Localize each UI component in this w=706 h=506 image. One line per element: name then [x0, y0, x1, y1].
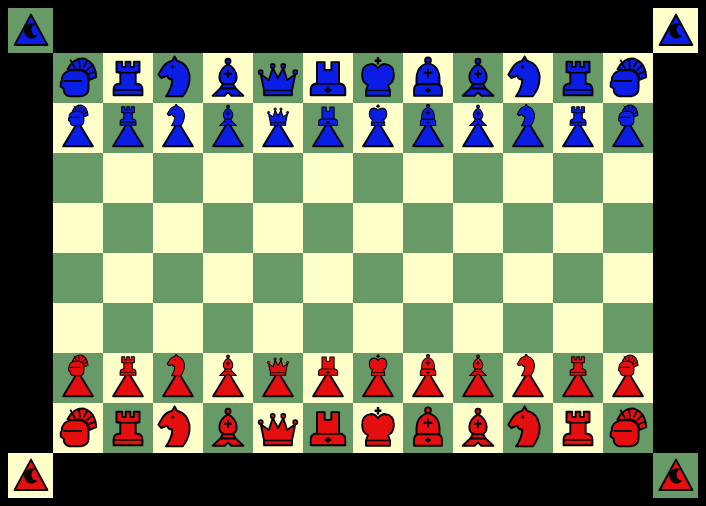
square-e2[interactable] — [253, 353, 303, 403]
square-e5[interactable] — [253, 203, 303, 253]
square-h6[interactable] — [403, 153, 453, 203]
square-d1[interactable] — [203, 403, 253, 453]
game-window — [0, 0, 706, 506]
blue-pawn-knight-icon — [504, 104, 552, 152]
square-h5[interactable] — [403, 203, 453, 253]
square-c6[interactable] — [153, 153, 203, 203]
blue-king-icon — [354, 54, 402, 102]
blue-bishop-icon — [204, 54, 252, 102]
red-pawn-fort-icon — [304, 354, 352, 402]
red-pawn-champion-icon — [54, 354, 102, 402]
square-l4[interactable] — [603, 253, 653, 303]
blue-pawn-queen-icon — [254, 104, 302, 152]
square-g8[interactable] — [353, 53, 403, 103]
square-d6[interactable] — [203, 153, 253, 203]
square-c2[interactable] — [153, 353, 203, 403]
blue-fort-icon — [304, 54, 352, 102]
square-h8[interactable] — [403, 53, 453, 103]
blue-pawn-king-icon — [354, 104, 402, 152]
square-j3[interactable] — [503, 303, 553, 353]
red-queen-icon — [254, 404, 302, 452]
square-d2[interactable] — [203, 353, 253, 403]
red-pawn-queen-icon — [254, 354, 302, 402]
blue-knight-icon — [154, 54, 202, 102]
square-i3[interactable] — [453, 303, 503, 353]
red-pawn-rook-icon — [104, 354, 152, 402]
square-e7[interactable] — [253, 103, 303, 153]
square-j1[interactable] — [503, 403, 553, 453]
red-pawn-elephant-icon — [404, 354, 452, 402]
square-h7[interactable] — [403, 103, 453, 153]
square-e8[interactable] — [253, 53, 303, 103]
square-a4[interactable] — [53, 253, 103, 303]
square-j6[interactable] — [503, 153, 553, 203]
square-k3[interactable] — [553, 303, 603, 353]
square-b6[interactable] — [103, 153, 153, 203]
square-l6[interactable] — [603, 153, 653, 203]
square-k5[interactable] — [553, 203, 603, 253]
red-pawn-rook-icon — [554, 354, 602, 402]
square-g3[interactable] — [353, 303, 403, 353]
red-wizard-icon — [11, 456, 51, 496]
square-j5[interactable] — [503, 203, 553, 253]
red-rook-icon — [104, 404, 152, 452]
square-i8[interactable] — [453, 53, 503, 103]
blue-pawn-champion-icon — [54, 104, 102, 152]
square-l7[interactable] — [603, 103, 653, 153]
square-d8[interactable] — [203, 53, 253, 103]
square-k8[interactable] — [553, 53, 603, 103]
game-board — [53, 53, 653, 453]
square-e1[interactable] — [253, 403, 303, 453]
red-knight-icon — [504, 404, 552, 452]
square-g5[interactable] — [353, 203, 403, 253]
square-a3[interactable] — [53, 303, 103, 353]
wizard-square-top-right[interactable] — [653, 8, 698, 53]
square-a5[interactable] — [53, 203, 103, 253]
square-h3[interactable] — [403, 303, 453, 353]
blue-pawn-rook-icon — [104, 104, 152, 152]
square-k6[interactable] — [553, 153, 603, 203]
square-f6[interactable] — [303, 153, 353, 203]
square-i4[interactable] — [453, 253, 503, 303]
square-g6[interactable] — [353, 153, 403, 203]
blue-queen-icon — [254, 54, 302, 102]
blue-pawn-bishop-icon — [454, 104, 502, 152]
blue-rook-icon — [104, 54, 152, 102]
square-j8[interactable] — [503, 53, 553, 103]
square-b4[interactable] — [103, 253, 153, 303]
square-b3[interactable] — [103, 303, 153, 353]
square-l1[interactable] — [603, 403, 653, 453]
square-a7[interactable] — [53, 103, 103, 153]
square-c5[interactable] — [153, 203, 203, 253]
square-l5[interactable] — [603, 203, 653, 253]
square-c1[interactable] — [153, 403, 203, 453]
square-d5[interactable] — [203, 203, 253, 253]
blue-champion-icon — [604, 54, 652, 102]
blue-bishop-icon — [454, 54, 502, 102]
square-a2[interactable] — [53, 353, 103, 403]
square-d4[interactable] — [203, 253, 253, 303]
square-f4[interactable] — [303, 253, 353, 303]
square-j4[interactable] — [503, 253, 553, 303]
square-a8[interactable] — [53, 53, 103, 103]
blue-pawn-fort-icon — [304, 104, 352, 152]
square-b1[interactable] — [103, 403, 153, 453]
red-pawn-knight-icon — [504, 354, 552, 402]
blue-pawn-rook-icon — [554, 104, 602, 152]
square-i5[interactable] — [453, 203, 503, 253]
square-l3[interactable] — [603, 303, 653, 353]
square-c8[interactable] — [153, 53, 203, 103]
square-l2[interactable] — [603, 353, 653, 403]
square-i2[interactable] — [453, 353, 503, 403]
square-i7[interactable] — [453, 103, 503, 153]
wizard-square-bottom-left[interactable] — [8, 453, 53, 498]
red-knight-icon — [154, 404, 202, 452]
square-a1[interactable] — [53, 403, 103, 453]
red-pawn-bishop-icon — [204, 354, 252, 402]
red-pawn-champion-icon — [604, 354, 652, 402]
square-h2[interactable] — [403, 353, 453, 403]
square-b5[interactable] — [103, 203, 153, 253]
square-f7[interactable] — [303, 103, 353, 153]
red-king-icon — [354, 404, 402, 452]
square-g4[interactable] — [353, 253, 403, 303]
square-h4[interactable] — [403, 253, 453, 303]
square-j2[interactable] — [503, 353, 553, 403]
red-pawn-bishop-icon — [454, 354, 502, 402]
blue-wizard-icon — [11, 11, 51, 51]
square-k7[interactable] — [553, 103, 603, 153]
square-b8[interactable] — [103, 53, 153, 103]
square-i1[interactable] — [453, 403, 503, 453]
square-c7[interactable] — [153, 103, 203, 153]
blue-rook-icon — [554, 54, 602, 102]
square-k1[interactable] — [553, 403, 603, 453]
red-pawn-knight-icon — [154, 354, 202, 402]
red-champion-icon — [604, 404, 652, 452]
red-bishop-icon — [454, 404, 502, 452]
square-a6[interactable] — [53, 153, 103, 203]
square-d7[interactable] — [203, 103, 253, 153]
square-f8[interactable] — [303, 53, 353, 103]
blue-elephant-icon — [404, 54, 452, 102]
red-bishop-icon — [204, 404, 252, 452]
blue-pawn-champion-icon — [604, 104, 652, 152]
red-fort-icon — [304, 404, 352, 452]
square-k4[interactable] — [553, 253, 603, 303]
blue-champion-icon — [54, 54, 102, 102]
red-champion-icon — [54, 404, 102, 452]
square-e6[interactable] — [253, 153, 303, 203]
square-e4[interactable] — [253, 253, 303, 303]
square-g2[interactable] — [353, 353, 403, 403]
blue-wizard-icon — [656, 11, 696, 51]
square-f2[interactable] — [303, 353, 353, 403]
square-e3[interactable] — [253, 303, 303, 353]
square-i6[interactable] — [453, 153, 503, 203]
wizard-square-bottom-right[interactable] — [653, 453, 698, 498]
red-elephant-icon — [404, 404, 452, 452]
square-j7[interactable] — [503, 103, 553, 153]
square-g1[interactable] — [353, 403, 403, 453]
square-c4[interactable] — [153, 253, 203, 303]
square-d3[interactable] — [203, 303, 253, 353]
square-f3[interactable] — [303, 303, 353, 353]
square-l8[interactable] — [603, 53, 653, 103]
square-k2[interactable] — [553, 353, 603, 403]
blue-pawn-knight-icon — [154, 104, 202, 152]
square-h1[interactable] — [403, 403, 453, 453]
square-f5[interactable] — [303, 203, 353, 253]
square-c3[interactable] — [153, 303, 203, 353]
red-pawn-king-icon — [354, 354, 402, 402]
red-wizard-icon — [656, 456, 696, 496]
blue-pawn-elephant-icon — [404, 104, 452, 152]
square-b2[interactable] — [103, 353, 153, 403]
blue-pawn-bishop-icon — [204, 104, 252, 152]
red-rook-icon — [554, 404, 602, 452]
square-g7[interactable] — [353, 103, 403, 153]
wizard-square-top-left[interactable] — [8, 8, 53, 53]
square-f1[interactable] — [303, 403, 353, 453]
blue-knight-icon — [504, 54, 552, 102]
square-b7[interactable] — [103, 103, 153, 153]
